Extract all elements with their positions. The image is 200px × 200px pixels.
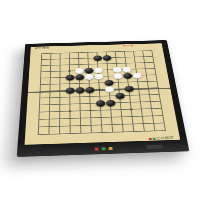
star-point	[68, 70, 71, 72]
black-stone	[105, 100, 115, 107]
board-surface: 磁性围棋 五子棋 正品棋牌	[25, 43, 181, 144]
star-point	[130, 108, 133, 110]
black-stone	[65, 74, 74, 80]
star-point	[69, 110, 72, 112]
black-stone	[85, 87, 94, 93]
white-stone	[132, 72, 141, 78]
front-edge	[17, 143, 189, 153]
white-stone	[75, 68, 84, 74]
product-photo: 磁性围棋 五子棋 正品棋牌	[0, 0, 200, 200]
star-point	[98, 89, 101, 91]
board-grid	[33, 48, 172, 139]
board-print-top-left: 磁性围棋	[35, 47, 50, 49]
white-stone	[122, 66, 131, 72]
black-stone	[124, 85, 134, 91]
white-stone	[112, 67, 121, 73]
black-stone	[93, 55, 102, 61]
black-stone	[75, 87, 84, 93]
black-stone	[84, 67, 93, 73]
white-stone	[84, 74, 93, 80]
black-stone	[123, 73, 132, 79]
green-logo-mark-icon	[102, 147, 106, 150]
white-stone	[94, 67, 103, 73]
board-grid-area	[33, 48, 172, 139]
white-stone	[104, 86, 113, 92]
white-stone	[94, 73, 103, 79]
black-stone	[95, 100, 105, 107]
logo-seals	[95, 147, 113, 151]
red-seal-icon	[149, 137, 152, 139]
brand-text: 正品棋牌	[156, 136, 174, 139]
black-stone	[75, 74, 84, 80]
board-scene: 磁性围棋 五子棋 正品棋牌	[17, 40, 190, 157]
board-case: 磁性围棋 五子棋 正品棋牌	[17, 40, 190, 157]
board-print-bottom-right: 正品棋牌	[149, 136, 175, 140]
board-print-top-right: 五子棋	[123, 45, 134, 47]
red-logo-mark-icon	[95, 148, 99, 151]
case-clasp	[147, 145, 163, 149]
black-stone	[115, 92, 125, 98]
white-stone	[113, 73, 122, 79]
green-seal-icon	[152, 137, 155, 139]
black-stone	[104, 80, 113, 86]
black-stone	[65, 87, 74, 93]
black-stone	[102, 55, 111, 61]
gold-logo-mark-icon	[108, 147, 112, 150]
